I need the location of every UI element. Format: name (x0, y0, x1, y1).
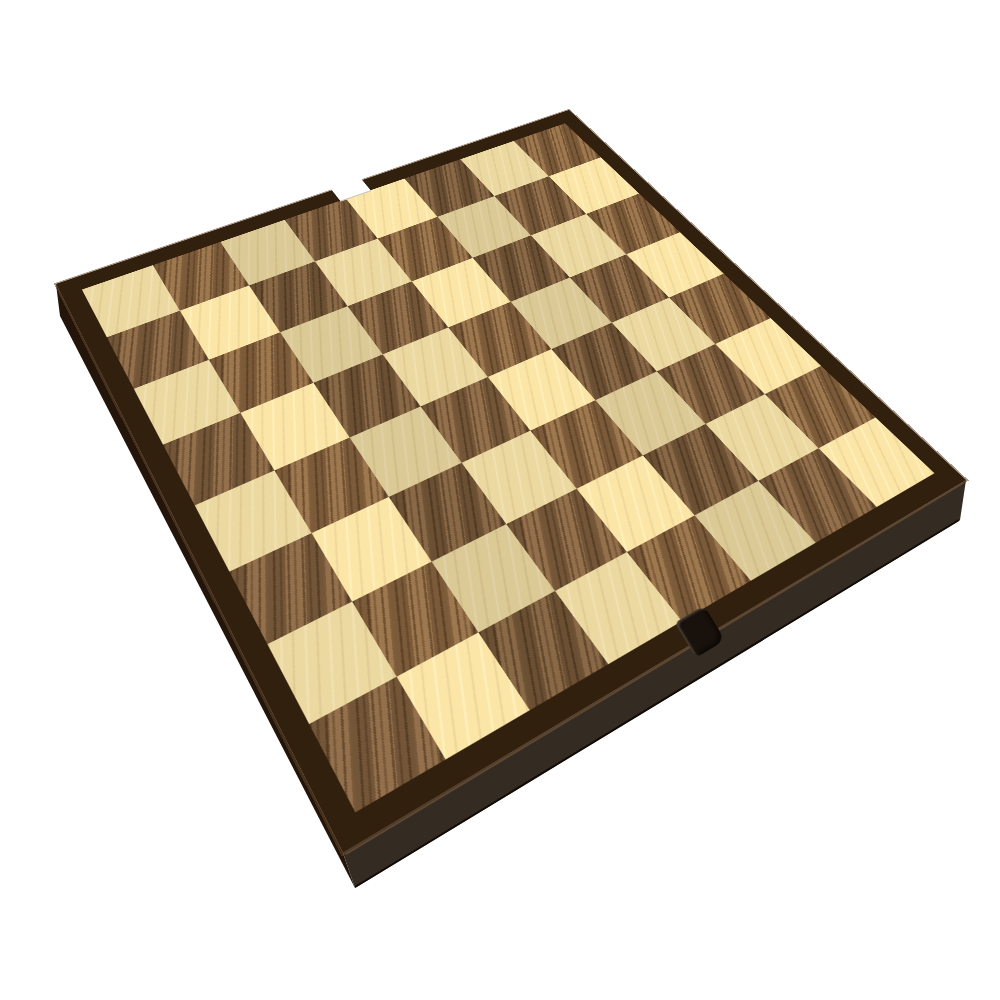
scene (0, 0, 1000, 1000)
